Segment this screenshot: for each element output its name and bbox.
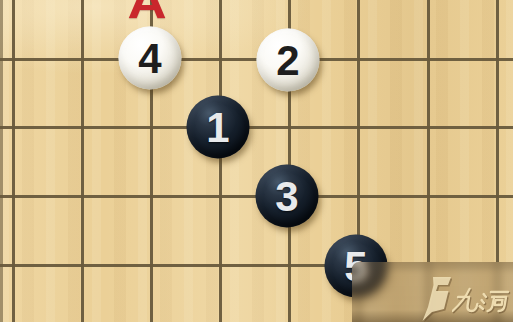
stone-black-3[interactable]: 3 [256,165,319,228]
stone-black-1[interactable]: 1 [187,96,250,159]
grid-hline [0,126,513,129]
jiuyou-wordmark [452,286,512,316]
watermark-panel [352,262,513,322]
stone-white-4[interactable]: 4 [119,27,182,90]
grid-vline [219,0,222,322]
stone-number: 4 [138,37,161,79]
screenshot-root: 12345A [0,0,513,322]
stone-white-2[interactable]: 2 [257,29,320,92]
grid-vline [81,0,84,322]
stone-number: 3 [275,175,298,217]
board-label-A: A [127,0,166,25]
stone-number: 1 [206,106,229,148]
grid-vline [12,0,15,322]
stone-number: 2 [276,39,299,81]
jiuyou-logo-icon [422,276,452,322]
board-left-edge [0,0,3,322]
